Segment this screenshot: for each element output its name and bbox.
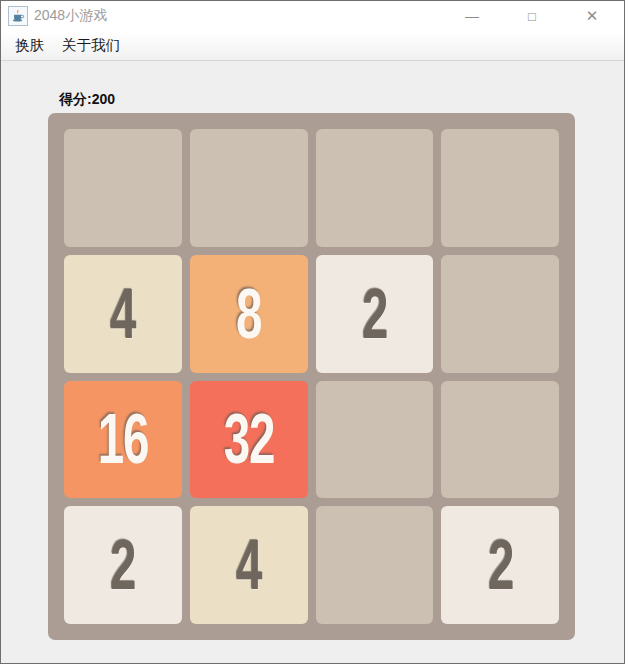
tile-2: 2 <box>316 255 434 373</box>
close-button[interactable]: ✕ <box>562 1 622 31</box>
game-area: 得分:200 4821632242 <box>1 61 624 663</box>
score-label: 得分: <box>59 91 92 107</box>
tile-value: 2 <box>362 279 387 349</box>
tile-16: 16 <box>64 381 182 499</box>
menu-item-change-skin[interactable]: 换肤 <box>6 31 53 60</box>
empty-cell <box>316 129 434 247</box>
title-bar: 2048小游戏 — □ ✕ <box>1 1 624 31</box>
window-controls: — □ ✕ <box>442 1 624 31</box>
empty-cell <box>190 129 308 247</box>
tile-value: 16 <box>98 404 148 474</box>
java-coffee-cup-icon[interactable] <box>8 6 28 26</box>
empty-cell <box>64 129 182 247</box>
app-window: 2048小游戏 — □ ✕ 换肤 关于我们 得分:200 4821632242 <box>0 0 625 664</box>
menu-bar: 换肤 关于我们 <box>1 31 624 61</box>
empty-cell <box>441 255 559 373</box>
tile-2: 2 <box>64 506 182 624</box>
tile-value: 2 <box>110 530 135 600</box>
empty-cell <box>441 129 559 247</box>
minimize-button[interactable]: — <box>442 1 502 31</box>
tile-4: 4 <box>190 506 308 624</box>
tile-8: 8 <box>190 255 308 373</box>
tile-32: 32 <box>190 381 308 499</box>
score-text: 得分:200 <box>59 91 115 109</box>
tile-value: 32 <box>224 404 274 474</box>
menu-item-about-us[interactable]: 关于我们 <box>53 31 129 60</box>
empty-cell <box>441 381 559 499</box>
tile-value: 4 <box>110 279 135 349</box>
tile-4: 4 <box>64 255 182 373</box>
tile-value: 4 <box>236 530 261 600</box>
empty-cell <box>316 381 434 499</box>
tile-2: 2 <box>441 506 559 624</box>
score-value: 200 <box>92 91 115 107</box>
board[interactable]: 4821632242 <box>48 113 575 640</box>
tile-value: 2 <box>488 530 513 600</box>
maximize-button[interactable]: □ <box>502 1 562 31</box>
window-title: 2048小游戏 <box>34 7 442 25</box>
empty-cell <box>316 506 434 624</box>
tile-value: 8 <box>236 279 261 349</box>
